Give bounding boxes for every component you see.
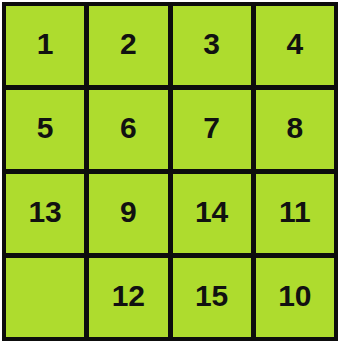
tile-1[interactable]: 1 [6,6,84,85]
tile-14[interactable]: 14 [173,174,251,253]
tile-7[interactable]: 7 [173,90,251,169]
tile-11[interactable]: 11 [256,174,334,253]
tile-10[interactable]: 10 [256,258,334,337]
tile-13[interactable]: 13 [6,174,84,253]
tile-15[interactable]: 15 [173,258,251,337]
puzzle-stage: 1 2 3 4 5 6 7 8 13 9 14 11 12 15 10 [0,0,340,345]
tile-12[interactable]: 12 [89,258,167,337]
empty-cell [6,258,84,337]
tile-5[interactable]: 5 [6,90,84,169]
tile-8[interactable]: 8 [256,90,334,169]
tile-3[interactable]: 3 [173,6,251,85]
tile-9[interactable]: 9 [89,174,167,253]
fifteen-puzzle-board: 1 2 3 4 5 6 7 8 13 9 14 11 12 15 10 [2,2,338,341]
tile-2[interactable]: 2 [89,6,167,85]
tile-4[interactable]: 4 [256,6,334,85]
tile-6[interactable]: 6 [89,90,167,169]
